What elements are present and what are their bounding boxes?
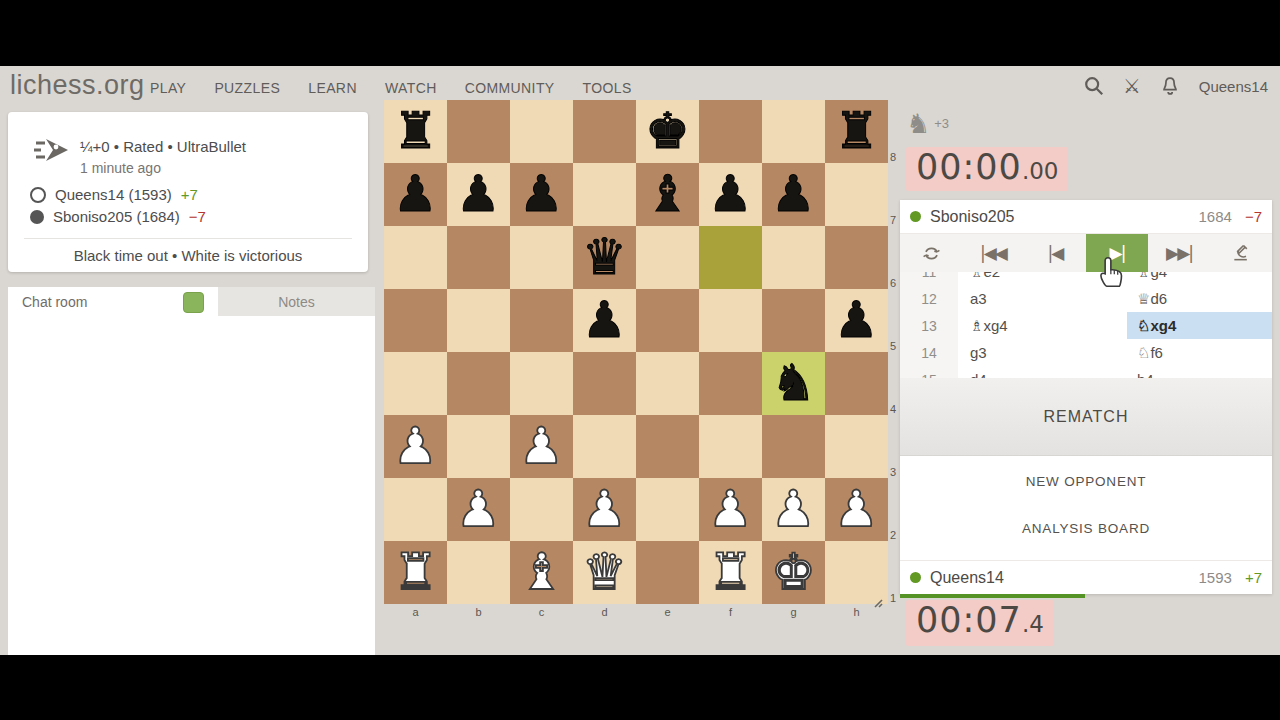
square-h7[interactable] <box>825 163 888 226</box>
logged-in-username[interactable]: Queens14 <box>1199 78 1268 95</box>
analysis-board-button[interactable]: ANALYSIS BOARD <box>900 521 1272 536</box>
square-g4[interactable]: ♞ <box>762 352 825 415</box>
move-white[interactable]: ♗e2 <box>958 272 1127 281</box>
previous-move-button[interactable]: |◀ <box>1024 234 1086 272</box>
rematch-button[interactable]: REMATCH <box>900 378 1272 456</box>
file-label-b: b <box>447 606 510 618</box>
black-player-name[interactable]: Sboniso205 (1684) <box>53 208 180 225</box>
black-knight[interactable]: ♞ <box>762 352 825 414</box>
square-g6[interactable] <box>762 226 825 289</box>
white-queen[interactable]: ♛ <box>573 541 636 603</box>
square-e1[interactable] <box>636 541 699 604</box>
game-date: 1 minute ago <box>80 160 161 176</box>
ultrabullet-icon <box>34 134 72 166</box>
white-pawn[interactable]: ♟ <box>384 415 447 477</box>
square-c6[interactable] <box>510 226 573 289</box>
last-move-button[interactable]: ▶▶| <box>1148 234 1210 272</box>
player-rating: 1593 <box>1199 569 1232 586</box>
chat-messages-area[interactable] <box>8 316 375 655</box>
captured-knight-icon: ♞ <box>906 110 930 137</box>
nav-community[interactable]: COMMUNITY <box>465 80 555 96</box>
square-b1[interactable] <box>447 541 510 604</box>
black-pawn[interactable]: ♟ <box>510 163 573 225</box>
move-number: 14 <box>900 339 958 366</box>
square-g8[interactable] <box>762 100 825 163</box>
square-h3[interactable] <box>825 415 888 478</box>
black-pawn[interactable]: ♟ <box>573 289 636 351</box>
square-a4[interactable] <box>384 352 447 415</box>
move-white[interactable]: d4 <box>958 371 1127 378</box>
black-king[interactable]: ♚ <box>636 100 699 162</box>
nav-learn[interactable]: LEARN <box>308 80 357 96</box>
notes-tab-label: Notes <box>278 294 315 310</box>
move-row: 15 d4 h4 <box>900 366 1272 378</box>
opponent-clock: 00:00.00 <box>906 147 1068 191</box>
square-b4[interactable] <box>447 352 510 415</box>
game-info-card: ¼+0 • Rated • UltraBullet 1 minute ago Q… <box>8 112 368 272</box>
search-icon[interactable] <box>1083 75 1105 97</box>
challenge-swords-icon[interactable]: ⚔ <box>1123 74 1141 98</box>
lichess-logo[interactable]: lichess.org <box>10 70 145 101</box>
divider <box>24 238 352 239</box>
square-e2[interactable] <box>636 478 699 541</box>
move-number: 11 <box>900 272 958 285</box>
move-white[interactable]: g3 <box>958 344 1127 361</box>
nav-right: ⚔ Queens14 <box>1083 74 1268 98</box>
file-label-g: g <box>762 606 825 618</box>
square-f4[interactable] <box>699 352 762 415</box>
square-a7[interactable]: ♟ <box>384 163 447 226</box>
player-rating-diff: +7 <box>1245 569 1262 586</box>
move-black[interactable]: ♘xg4 <box>1127 312 1272 339</box>
black-rook[interactable]: ♜ <box>825 100 888 162</box>
first-move-button[interactable]: |◀◀ <box>962 234 1024 272</box>
online-dot <box>910 572 921 583</box>
main-menu: PLAY PUZZLES LEARN WATCH COMMUNITY TOOLS <box>150 80 632 96</box>
file-label-f: f <box>699 606 762 618</box>
tab-chat-room[interactable]: Chat room <box>8 287 218 316</box>
white-pawn[interactable]: ♟ <box>510 415 573 477</box>
move-black[interactable]: h4 <box>1127 366 1272 378</box>
square-d2[interactable]: ♟ <box>573 478 636 541</box>
square-f2[interactable]: ♟ <box>699 478 762 541</box>
white-rook[interactable]: ♜ <box>699 541 762 603</box>
black-rook[interactable]: ♜ <box>384 100 447 162</box>
chess-board: ♜♚♜♟♟♟♝♟♟♛♟♟♞♟♟♟♟♟♟♟♜♝♛♜♚ <box>384 100 888 604</box>
square-a3[interactable]: ♟ <box>384 415 447 478</box>
move-row: 11 ♗e2 ♗g4 <box>900 272 1272 285</box>
square-e7[interactable]: ♝ <box>636 163 699 226</box>
black-pawn[interactable]: ♟ <box>825 289 888 351</box>
square-h5[interactable]: ♟ <box>825 289 888 352</box>
black-queen[interactable]: ♛ <box>573 226 636 288</box>
square-e5[interactable] <box>636 289 699 352</box>
square-a2[interactable] <box>384 478 447 541</box>
player-bar: Queens14 1593 +7 <box>900 560 1272 594</box>
square-c7[interactable]: ♟ <box>510 163 573 226</box>
square-b3[interactable] <box>447 415 510 478</box>
chat-tab-label: Chat room <box>22 294 87 310</box>
black-player-line: Sboniso205 (1684) −7 <box>30 208 206 225</box>
black-color-icon <box>30 210 44 224</box>
square-g7[interactable]: ♟ <box>762 163 825 226</box>
online-dot <box>910 211 921 222</box>
square-g5[interactable] <box>762 289 825 352</box>
opponent-bar: Sboniso205 1684 −7 <box>900 200 1272 234</box>
square-a6[interactable] <box>384 226 447 289</box>
square-e3[interactable] <box>636 415 699 478</box>
nav-play[interactable]: PLAY <box>150 80 186 96</box>
square-b7[interactable]: ♟ <box>447 163 510 226</box>
black-rating-diff: −7 <box>189 208 206 225</box>
square-f3[interactable] <box>699 415 762 478</box>
square-e8[interactable]: ♚ <box>636 100 699 163</box>
time-control-label: ¼+0 • Rated • UltraBullet <box>80 138 246 155</box>
square-h2[interactable]: ♟ <box>825 478 888 541</box>
square-c5[interactable] <box>510 289 573 352</box>
white-color-icon <box>30 187 46 203</box>
square-b5[interactable] <box>447 289 510 352</box>
square-d7[interactable] <box>573 163 636 226</box>
move-row: 14 g3 ♘f6 <box>900 339 1272 366</box>
white-pawn[interactable]: ♟ <box>573 478 636 540</box>
black-pawn[interactable]: ♟ <box>384 163 447 225</box>
white-bishop[interactable]: ♝ <box>510 541 573 603</box>
nav-puzzles[interactable]: PUZZLES <box>214 80 280 96</box>
file-label-d: d <box>573 606 636 618</box>
move-white[interactable]: ♗xg4 <box>958 317 1127 335</box>
square-g3[interactable] <box>762 415 825 478</box>
opponent-rating: 1684 <box>1199 208 1232 225</box>
chat-toggle[interactable] <box>183 292 204 313</box>
move-black[interactable]: ♕d6 <box>1127 285 1272 312</box>
square-g1[interactable]: ♚ <box>762 541 825 604</box>
board-resize-handle[interactable] <box>869 594 883 608</box>
black-bishop[interactable]: ♝ <box>636 163 699 225</box>
square-b2[interactable]: ♟ <box>447 478 510 541</box>
next-move-button[interactable]: ▶| <box>1086 234 1148 272</box>
square-f8[interactable] <box>699 100 762 163</box>
nav-tools[interactable]: TOOLS <box>583 80 632 96</box>
square-f7[interactable]: ♟ <box>699 163 762 226</box>
move-list[interactable]: 11 ♗e2 ♗g4 12 a3 ♕d6 13 ♗xg4 ♘xg4 14 g3 <box>900 272 1272 378</box>
square-h8[interactable]: ♜ <box>825 100 888 163</box>
white-king[interactable]: ♚ <box>762 541 825 603</box>
square-f5[interactable] <box>699 289 762 352</box>
tab-notes[interactable]: Notes <box>218 287 375 316</box>
square-d4[interactable] <box>573 352 636 415</box>
file-label-e: e <box>636 606 699 618</box>
square-c4[interactable] <box>510 352 573 415</box>
move-black[interactable]: ♘f6 <box>1127 339 1272 366</box>
opponent-clock-main: 00:00 <box>916 147 1022 187</box>
square-b8[interactable] <box>447 100 510 163</box>
move-number: 12 <box>900 285 958 312</box>
move-number: 15 <box>900 366 958 378</box>
square-c3[interactable]: ♟ <box>510 415 573 478</box>
square-d3[interactable] <box>573 415 636 478</box>
white-pawn[interactable]: ♟ <box>447 478 510 540</box>
square-h4[interactable] <box>825 352 888 415</box>
square-c1[interactable]: ♝ <box>510 541 573 604</box>
square-h6[interactable] <box>825 226 888 289</box>
square-c8[interactable] <box>510 100 573 163</box>
square-f1[interactable]: ♜ <box>699 541 762 604</box>
notification-bell-icon[interactable] <box>1159 75 1181 97</box>
opponent-clock-frac: .00 <box>1022 158 1059 184</box>
white-rating-diff: +7 <box>181 186 198 203</box>
nav-watch[interactable]: WATCH <box>385 80 437 96</box>
square-e4[interactable] <box>636 352 699 415</box>
page: lichess.org PLAY PUZZLES LEARN WATCH COM… <box>0 66 1280 655</box>
material-advantage: ♞ +3 <box>906 110 949 137</box>
player-clock-frac: .4 <box>1022 611 1044 637</box>
black-pawn[interactable]: ♟ <box>699 163 762 225</box>
square-g2[interactable]: ♟ <box>762 478 825 541</box>
move-black[interactable]: ♗g4 <box>1127 272 1272 285</box>
rank-label-8: 8 <box>890 100 904 163</box>
game-progress-bar <box>900 594 1085 598</box>
square-f6[interactable] <box>699 226 762 289</box>
square-a1[interactable]: ♜ <box>384 541 447 604</box>
material-count: +3 <box>934 116 949 131</box>
opponent-rating-diff: −7 <box>1245 208 1262 225</box>
move-number: 13 <box>900 312 958 339</box>
move-row: 13 ♗xg4 ♘xg4 <box>900 312 1272 339</box>
flip-board-button[interactable] <box>900 234 962 272</box>
player-name[interactable]: Queens14 <box>930 569 1004 587</box>
square-d6[interactable]: ♛ <box>573 226 636 289</box>
player-clock: 00:07.4 <box>906 600 1054 646</box>
move-white[interactable]: a3 <box>958 290 1127 307</box>
white-player-line: Queens14 (1593) +7 <box>30 186 198 203</box>
black-pawn[interactable]: ♟ <box>447 163 510 225</box>
white-pawn[interactable]: ♟ <box>825 478 888 540</box>
game-result-text: Black time out • White is victorious <box>8 247 368 264</box>
white-player-name[interactable]: Queens14 (1593) <box>55 186 172 203</box>
analysis-microscope-icon[interactable] <box>1210 234 1272 272</box>
opponent-name[interactable]: Sboniso205 <box>930 208 1015 226</box>
square-a8[interactable]: ♜ <box>384 100 447 163</box>
white-pawn[interactable]: ♟ <box>762 478 825 540</box>
player-clock-main: 00:07 <box>916 600 1022 640</box>
square-d8[interactable] <box>573 100 636 163</box>
square-a5[interactable] <box>384 289 447 352</box>
square-d1[interactable]: ♛ <box>573 541 636 604</box>
game-side-panel: Sboniso205 1684 −7 |◀◀ |◀ ▶| ▶▶| <box>900 200 1272 594</box>
white-rook[interactable]: ♜ <box>384 541 447 603</box>
square-b6[interactable] <box>447 226 510 289</box>
move-row: 12 a3 ♕d6 <box>900 285 1272 312</box>
white-pawn[interactable]: ♟ <box>699 478 762 540</box>
file-label-c: c <box>510 606 573 618</box>
replay-controls: |◀◀ |◀ ▶| ▶▶| <box>900 234 1272 273</box>
square-e6[interactable] <box>636 226 699 289</box>
file-label-a: a <box>384 606 447 618</box>
new-opponent-button[interactable]: NEW OPPONENT <box>900 474 1272 489</box>
square-d5[interactable]: ♟ <box>573 289 636 352</box>
black-pawn[interactable]: ♟ <box>762 163 825 225</box>
square-c2[interactable] <box>510 478 573 541</box>
